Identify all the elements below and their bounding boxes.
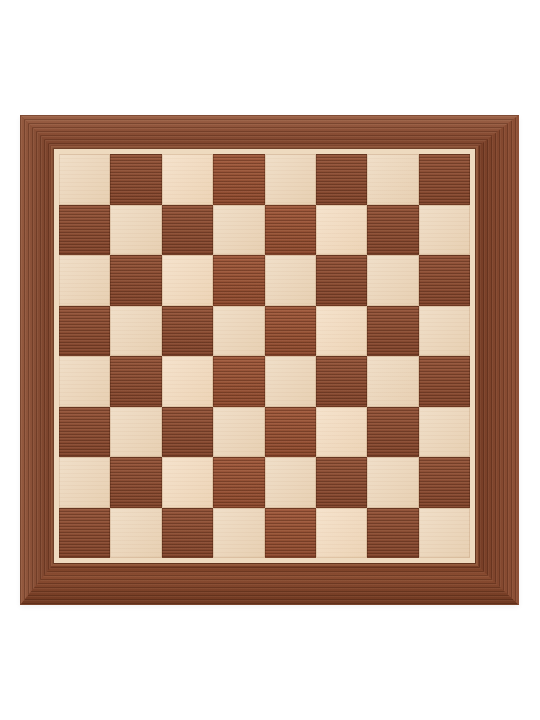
square-g7[interactable]	[367, 205, 418, 256]
square-f6[interactable]	[316, 255, 367, 306]
board-frame-bottom	[20, 563, 519, 605]
square-b5[interactable]	[110, 306, 161, 357]
product-photo	[0, 0, 540, 720]
square-g1[interactable]	[367, 508, 418, 559]
chessboard	[20, 115, 519, 605]
square-g2[interactable]	[367, 457, 418, 508]
square-h1[interactable]	[419, 508, 470, 559]
square-b6[interactable]	[110, 255, 161, 306]
square-d7[interactable]	[213, 205, 264, 256]
square-f3[interactable]	[316, 407, 367, 458]
square-e3[interactable]	[265, 407, 316, 458]
square-e5[interactable]	[265, 306, 316, 357]
square-e7[interactable]	[265, 205, 316, 256]
square-b1[interactable]	[110, 508, 161, 559]
square-e1[interactable]	[265, 508, 316, 559]
square-d3[interactable]	[213, 407, 264, 458]
square-b7[interactable]	[110, 205, 161, 256]
square-f1[interactable]	[316, 508, 367, 559]
square-f4[interactable]	[316, 356, 367, 407]
square-f5[interactable]	[316, 306, 367, 357]
square-e6[interactable]	[265, 255, 316, 306]
board-grid	[59, 154, 470, 558]
square-c7[interactable]	[162, 205, 213, 256]
square-f7[interactable]	[316, 205, 367, 256]
square-h8[interactable]	[419, 154, 470, 205]
square-d5[interactable]	[213, 306, 264, 357]
square-a7[interactable]	[59, 205, 110, 256]
square-c2[interactable]	[162, 457, 213, 508]
square-a5[interactable]	[59, 306, 110, 357]
square-d2[interactable]	[213, 457, 264, 508]
square-c8[interactable]	[162, 154, 213, 205]
square-h6[interactable]	[419, 255, 470, 306]
square-b3[interactable]	[110, 407, 161, 458]
square-a2[interactable]	[59, 457, 110, 508]
square-h3[interactable]	[419, 407, 470, 458]
square-d1[interactable]	[213, 508, 264, 559]
square-a3[interactable]	[59, 407, 110, 458]
square-g6[interactable]	[367, 255, 418, 306]
square-b4[interactable]	[110, 356, 161, 407]
square-d4[interactable]	[213, 356, 264, 407]
square-a4[interactable]	[59, 356, 110, 407]
square-g8[interactable]	[367, 154, 418, 205]
square-a1[interactable]	[59, 508, 110, 559]
square-e8[interactable]	[265, 154, 316, 205]
square-a8[interactable]	[59, 154, 110, 205]
square-g3[interactable]	[367, 407, 418, 458]
square-f8[interactable]	[316, 154, 367, 205]
square-g4[interactable]	[367, 356, 418, 407]
square-b2[interactable]	[110, 457, 161, 508]
board-frame-right	[475, 115, 519, 605]
square-c4[interactable]	[162, 356, 213, 407]
square-h4[interactable]	[419, 356, 470, 407]
square-e2[interactable]	[265, 457, 316, 508]
square-f2[interactable]	[316, 457, 367, 508]
board-frame-left	[20, 115, 54, 605]
square-d6[interactable]	[213, 255, 264, 306]
square-c1[interactable]	[162, 508, 213, 559]
square-h2[interactable]	[419, 457, 470, 508]
square-e4[interactable]	[265, 356, 316, 407]
square-a6[interactable]	[59, 255, 110, 306]
square-h7[interactable]	[419, 205, 470, 256]
square-d8[interactable]	[213, 154, 264, 205]
square-b8[interactable]	[110, 154, 161, 205]
board-frame-top	[20, 115, 519, 149]
square-c6[interactable]	[162, 255, 213, 306]
square-c5[interactable]	[162, 306, 213, 357]
square-c3[interactable]	[162, 407, 213, 458]
square-g5[interactable]	[367, 306, 418, 357]
square-h5[interactable]	[419, 306, 470, 357]
